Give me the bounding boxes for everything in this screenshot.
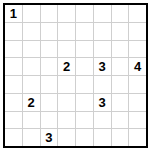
cell-r5c4[interactable] xyxy=(76,94,93,111)
cell-r5c5[interactable]: 3 xyxy=(94,94,111,111)
cell-r6c6[interactable] xyxy=(112,112,129,129)
puzzle-board: 1234233 xyxy=(3,3,148,148)
cell-r5c2[interactable] xyxy=(41,94,58,111)
cell-r5c3[interactable] xyxy=(58,94,75,111)
cell-r3c3[interactable]: 2 xyxy=(58,58,75,75)
cell-r5c6[interactable] xyxy=(112,94,129,111)
cell-r6c3[interactable] xyxy=(58,112,75,129)
cell-r0c6[interactable] xyxy=(112,5,129,22)
cell-r4c2[interactable] xyxy=(41,76,58,93)
cell-r7c0[interactable] xyxy=(5,129,22,146)
cell-r0c1[interactable] xyxy=(23,5,40,22)
cell-r7c1[interactable] xyxy=(23,129,40,146)
cell-r0c3[interactable] xyxy=(58,5,75,22)
clue-number: 1 xyxy=(10,7,17,20)
cell-r4c1[interactable] xyxy=(23,76,40,93)
cell-r0c7[interactable] xyxy=(129,5,146,22)
cell-r1c6[interactable] xyxy=(112,23,129,40)
cell-r2c7[interactable] xyxy=(129,41,146,58)
clue-number: 2 xyxy=(63,60,70,73)
cell-r4c7[interactable] xyxy=(129,76,146,93)
cell-r2c6[interactable] xyxy=(112,41,129,58)
cell-r2c2[interactable] xyxy=(41,41,58,58)
cell-r2c1[interactable] xyxy=(23,41,40,58)
cell-r1c4[interactable] xyxy=(76,23,93,40)
cell-r7c6[interactable] xyxy=(112,129,129,146)
cell-r4c6[interactable] xyxy=(112,76,129,93)
cell-r6c0[interactable] xyxy=(5,112,22,129)
clue-number: 3 xyxy=(99,96,106,109)
cell-r3c1[interactable] xyxy=(23,58,40,75)
cell-r6c5[interactable] xyxy=(94,112,111,129)
cell-r2c0[interactable] xyxy=(5,41,22,58)
cell-r3c2[interactable] xyxy=(41,58,58,75)
cell-r1c0[interactable] xyxy=(5,23,22,40)
cell-r1c2[interactable] xyxy=(41,23,58,40)
cell-r5c7[interactable] xyxy=(129,94,146,111)
cell-r4c5[interactable] xyxy=(94,76,111,93)
puzzle-page: 1234233 xyxy=(0,0,150,150)
cell-r6c4[interactable] xyxy=(76,112,93,129)
cell-r6c1[interactable] xyxy=(23,112,40,129)
cell-r3c7[interactable]: 4 xyxy=(129,58,146,75)
cell-r5c0[interactable] xyxy=(5,94,22,111)
cell-r4c4[interactable] xyxy=(76,76,93,93)
puzzle-grid: 1234233 xyxy=(5,5,146,146)
cell-r4c0[interactable] xyxy=(5,76,22,93)
cell-r5c1[interactable]: 2 xyxy=(23,94,40,111)
cell-r0c0[interactable]: 1 xyxy=(5,5,22,22)
cell-r6c2[interactable] xyxy=(41,112,58,129)
cell-r0c2[interactable] xyxy=(41,5,58,22)
cell-r1c5[interactable] xyxy=(94,23,111,40)
cell-r1c7[interactable] xyxy=(129,23,146,40)
clue-number: 3 xyxy=(45,131,52,144)
cell-r6c7[interactable] xyxy=(129,112,146,129)
cell-r7c7[interactable] xyxy=(129,129,146,146)
cell-r2c4[interactable] xyxy=(76,41,93,58)
cell-r3c5[interactable]: 3 xyxy=(94,58,111,75)
cell-r3c4[interactable] xyxy=(76,58,93,75)
cell-r2c5[interactable] xyxy=(94,41,111,58)
clue-number: 3 xyxy=(99,60,106,73)
cell-r7c3[interactable] xyxy=(58,129,75,146)
cell-r3c6[interactable] xyxy=(112,58,129,75)
cell-r7c4[interactable] xyxy=(76,129,93,146)
cell-r7c2[interactable]: 3 xyxy=(41,129,58,146)
cell-r7c5[interactable] xyxy=(94,129,111,146)
clue-number: 2 xyxy=(28,96,35,109)
cell-r4c3[interactable] xyxy=(58,76,75,93)
cell-r3c0[interactable] xyxy=(5,58,22,75)
clue-number: 4 xyxy=(134,60,141,73)
cell-r0c4[interactable] xyxy=(76,5,93,22)
cell-r1c3[interactable] xyxy=(58,23,75,40)
cell-r1c1[interactable] xyxy=(23,23,40,40)
cell-r2c3[interactable] xyxy=(58,41,75,58)
cell-r0c5[interactable] xyxy=(94,5,111,22)
